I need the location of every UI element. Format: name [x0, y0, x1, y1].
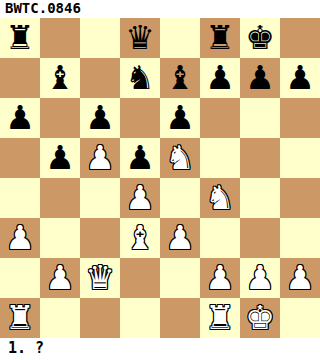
- square-f4[interactable]: ♞: [200, 178, 240, 218]
- square-a3[interactable]: ♟: [0, 218, 40, 258]
- square-g1[interactable]: ♚: [240, 298, 280, 338]
- square-b7[interactable]: ♝: [40, 58, 80, 98]
- square-e5[interactable]: ♞: [160, 138, 200, 178]
- black-pawn: ♟: [165, 98, 195, 138]
- square-f5[interactable]: [200, 138, 240, 178]
- window-title: BWTC.0846: [0, 0, 320, 18]
- black-rook: ♜: [5, 18, 35, 58]
- square-g2[interactable]: ♟: [240, 258, 280, 298]
- square-c2[interactable]: ♛: [80, 258, 120, 298]
- white-bishop: ♝: [125, 218, 155, 258]
- square-b5[interactable]: ♟: [40, 138, 80, 178]
- square-f8[interactable]: ♜: [200, 18, 240, 58]
- move-prompt: 1. ?: [0, 338, 320, 360]
- square-g7[interactable]: ♟: [240, 58, 280, 98]
- black-pawn: ♟: [205, 58, 235, 98]
- square-e4[interactable]: [160, 178, 200, 218]
- square-h1[interactable]: [280, 298, 320, 338]
- square-f1[interactable]: ♜: [200, 298, 240, 338]
- black-pawn: ♟: [85, 98, 115, 138]
- square-c1[interactable]: [80, 298, 120, 338]
- square-h2[interactable]: ♟: [280, 258, 320, 298]
- square-e7[interactable]: ♝: [160, 58, 200, 98]
- white-queen: ♛: [85, 258, 115, 298]
- square-d6[interactable]: [120, 98, 160, 138]
- square-d8[interactable]: ♛: [120, 18, 160, 58]
- square-d7[interactable]: ♞: [120, 58, 160, 98]
- square-g4[interactable]: [240, 178, 280, 218]
- black-bishop: ♝: [45, 58, 75, 98]
- square-f6[interactable]: [200, 98, 240, 138]
- black-pawn: ♟: [245, 58, 275, 98]
- white-pawn: ♟: [285, 258, 315, 298]
- black-bishop: ♝: [165, 58, 195, 98]
- square-e6[interactable]: ♟: [160, 98, 200, 138]
- square-h5[interactable]: [280, 138, 320, 178]
- white-pawn: ♟: [85, 138, 115, 178]
- square-c8[interactable]: [80, 18, 120, 58]
- black-rook: ♜: [205, 18, 235, 58]
- square-d4[interactable]: ♟: [120, 178, 160, 218]
- square-b8[interactable]: [40, 18, 80, 58]
- square-g5[interactable]: [240, 138, 280, 178]
- white-pawn: ♟: [45, 258, 75, 298]
- square-a2[interactable]: [0, 258, 40, 298]
- white-king: ♚: [245, 298, 275, 338]
- chess-board: ♜♛♜♚♝♞♝♟♟♟♟♟♟♟♟♟♞♟♞♟♝♟♟♛♟♟♟♜♜♚: [0, 18, 320, 338]
- square-c7[interactable]: [80, 58, 120, 98]
- square-g8[interactable]: ♚: [240, 18, 280, 58]
- square-f7[interactable]: ♟: [200, 58, 240, 98]
- black-queen: ♛: [125, 18, 155, 58]
- square-a4[interactable]: [0, 178, 40, 218]
- square-g3[interactable]: [240, 218, 280, 258]
- square-c6[interactable]: ♟: [80, 98, 120, 138]
- black-pawn: ♟: [285, 58, 315, 98]
- white-knight: ♞: [165, 138, 195, 178]
- square-e2[interactable]: [160, 258, 200, 298]
- square-f2[interactable]: ♟: [200, 258, 240, 298]
- square-d2[interactable]: [120, 258, 160, 298]
- square-e3[interactable]: ♟: [160, 218, 200, 258]
- square-c5[interactable]: ♟: [80, 138, 120, 178]
- square-b4[interactable]: [40, 178, 80, 218]
- square-c4[interactable]: [80, 178, 120, 218]
- square-b3[interactable]: [40, 218, 80, 258]
- black-pawn: ♟: [45, 138, 75, 178]
- square-h7[interactable]: ♟: [280, 58, 320, 98]
- black-knight: ♞: [125, 58, 155, 98]
- square-h4[interactable]: [280, 178, 320, 218]
- square-a5[interactable]: [0, 138, 40, 178]
- black-king: ♚: [245, 18, 275, 58]
- white-rook: ♜: [5, 298, 35, 338]
- square-b2[interactable]: ♟: [40, 258, 80, 298]
- square-f3[interactable]: [200, 218, 240, 258]
- square-a6[interactable]: ♟: [0, 98, 40, 138]
- square-g6[interactable]: [240, 98, 280, 138]
- square-h3[interactable]: [280, 218, 320, 258]
- square-h6[interactable]: [280, 98, 320, 138]
- square-c3[interactable]: [80, 218, 120, 258]
- white-pawn: ♟: [205, 258, 235, 298]
- square-e1[interactable]: [160, 298, 200, 338]
- square-h8[interactable]: [280, 18, 320, 58]
- square-e8[interactable]: [160, 18, 200, 58]
- square-d5[interactable]: ♟: [120, 138, 160, 178]
- square-b1[interactable]: [40, 298, 80, 338]
- white-rook: ♜: [205, 298, 235, 338]
- square-b6[interactable]: [40, 98, 80, 138]
- white-pawn: ♟: [125, 178, 155, 218]
- square-d3[interactable]: ♝: [120, 218, 160, 258]
- white-pawn: ♟: [165, 218, 195, 258]
- square-d1[interactable]: [120, 298, 160, 338]
- white-pawn: ♟: [245, 258, 275, 298]
- square-a7[interactable]: [0, 58, 40, 98]
- white-knight: ♞: [205, 178, 235, 218]
- square-a8[interactable]: ♜: [0, 18, 40, 58]
- white-pawn: ♟: [5, 218, 35, 258]
- square-a1[interactable]: ♜: [0, 298, 40, 338]
- black-pawn: ♟: [125, 138, 155, 178]
- black-pawn: ♟: [5, 98, 35, 138]
